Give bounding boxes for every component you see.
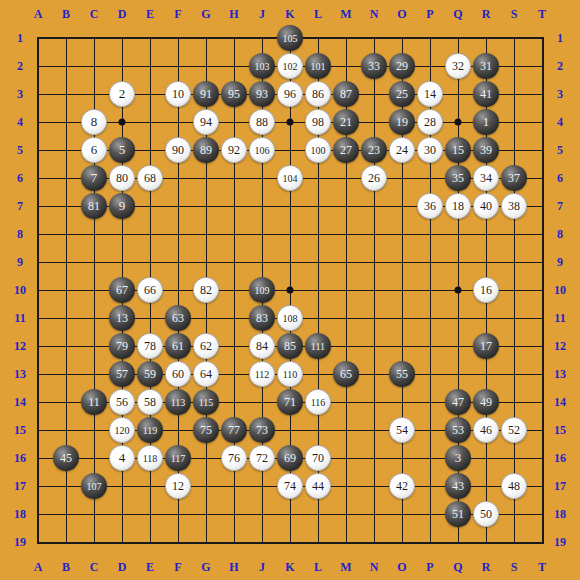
stone-G12[interactable]: 62 [193,333,219,359]
row-label-left-12: 12 [5,339,35,353]
column-label-top-C: C [79,7,109,21]
row-label-left-9: 9 [5,255,35,269]
stone-C6[interactable]: 7 [81,165,107,191]
row-label-right-1: 1 [545,31,575,45]
stone-K6[interactable]: 104 [277,165,303,191]
stone-E12[interactable]: 78 [137,333,163,359]
row-label-right-19: 19 [545,535,575,549]
row-label-left-16: 16 [5,451,35,465]
stone-L14[interactable]: 116 [305,389,331,415]
stone-H5[interactable]: 92 [221,137,247,163]
stone-L2[interactable]: 101 [305,53,331,79]
stone-Q5[interactable]: 15 [445,137,471,163]
row-label-right-5: 5 [545,143,575,157]
column-label-bottom-M: M [331,560,361,574]
stone-Q15[interactable]: 53 [445,417,471,443]
stone-J11[interactable]: 83 [249,305,275,331]
stone-G3[interactable]: 91 [193,81,219,107]
stone-L17[interactable]: 44 [305,473,331,499]
column-label-top-S: S [499,7,529,21]
column-label-bottom-O: O [387,560,417,574]
stone-J10[interactable]: 109 [249,277,275,303]
stone-J4[interactable]: 88 [249,109,275,135]
column-label-top-M: M [331,7,361,21]
row-label-left-8: 8 [5,227,35,241]
stone-R7[interactable]: 40 [473,193,499,219]
stone-R4[interactable]: 1 [473,109,499,135]
stone-O5[interactable]: 24 [389,137,415,163]
column-label-bottom-S: S [499,560,529,574]
stone-R2[interactable]: 31 [473,53,499,79]
star-point-K10 [287,287,294,294]
row-label-left-7: 7 [5,199,35,213]
stone-K11[interactable]: 108 [277,305,303,331]
row-label-right-11: 11 [545,311,575,325]
stone-O17[interactable]: 42 [389,473,415,499]
row-label-right-3: 3 [545,87,575,101]
stone-F11[interactable]: 63 [165,305,191,331]
row-label-right-12: 12 [545,339,575,353]
column-label-top-B: B [51,7,81,21]
stone-E13[interactable]: 59 [137,361,163,387]
stone-D12[interactable]: 79 [109,333,135,359]
column-label-bottom-J: J [247,560,277,574]
stone-O4[interactable]: 19 [389,109,415,135]
stone-R14[interactable]: 49 [473,389,499,415]
row-label-right-8: 8 [545,227,575,241]
row-label-left-11: 11 [5,311,35,325]
column-label-top-K: K [275,7,305,21]
stone-E10[interactable]: 66 [137,277,163,303]
stone-S17[interactable]: 48 [501,473,527,499]
stone-K17[interactable]: 74 [277,473,303,499]
column-label-bottom-E: E [135,560,165,574]
stone-M4[interactable]: 21 [333,109,359,135]
stone-O15[interactable]: 54 [389,417,415,443]
star-point-D4 [119,119,126,126]
row-label-right-17: 17 [545,479,575,493]
stone-D16[interactable]: 4 [109,445,135,471]
stone-N6[interactable]: 26 [361,165,387,191]
stone-S15[interactable]: 52 [501,417,527,443]
stone-Q14[interactable]: 47 [445,389,471,415]
stone-J13[interactable]: 112 [249,361,275,387]
stone-J2[interactable]: 103 [249,53,275,79]
row-label-right-9: 9 [545,255,575,269]
column-label-top-H: H [219,7,249,21]
stone-G5[interactable]: 89 [193,137,219,163]
stone-E15[interactable]: 119 [137,417,163,443]
stone-O13[interactable]: 55 [389,361,415,387]
row-label-left-13: 13 [5,367,35,381]
stone-P3[interactable]: 14 [417,81,443,107]
stone-M13[interactable]: 65 [333,361,359,387]
column-label-bottom-N: N [359,560,389,574]
stone-R18[interactable]: 50 [473,501,499,527]
stone-K2[interactable]: 102 [277,53,303,79]
column-label-top-R: R [471,7,501,21]
stone-Q2[interactable]: 32 [445,53,471,79]
column-label-bottom-D: D [107,560,137,574]
stone-K16[interactable]: 69 [277,445,303,471]
stone-F5[interactable]: 90 [165,137,191,163]
row-label-left-3: 3 [5,87,35,101]
column-label-top-P: P [415,7,445,21]
stone-J5[interactable]: 106 [249,137,275,163]
row-label-left-14: 14 [5,395,35,409]
stone-J15[interactable]: 73 [249,417,275,443]
column-label-top-O: O [387,7,417,21]
column-label-bottom-P: P [415,560,445,574]
stone-Q7[interactable]: 18 [445,193,471,219]
stone-G4[interactable]: 94 [193,109,219,135]
stone-F3[interactable]: 10 [165,81,191,107]
stone-P7[interactable]: 36 [417,193,443,219]
stone-R15[interactable]: 46 [473,417,499,443]
stone-F14[interactable]: 113 [165,389,191,415]
stone-Q17[interactable]: 43 [445,473,471,499]
column-label-top-E: E [135,7,165,21]
stone-D5[interactable]: 5 [109,137,135,163]
column-label-bottom-H: H [219,560,249,574]
star-point-Q10 [455,287,462,294]
stone-K13[interactable]: 110 [277,361,303,387]
column-label-bottom-G: G [191,560,221,574]
row-label-left-5: 5 [5,143,35,157]
row-label-left-17: 17 [5,479,35,493]
stone-L5[interactable]: 100 [305,137,331,163]
row-label-left-18: 18 [5,507,35,521]
stone-N2[interactable]: 33 [361,53,387,79]
row-label-right-6: 6 [545,171,575,185]
stone-D11[interactable]: 13 [109,305,135,331]
stone-R6[interactable]: 34 [473,165,499,191]
column-label-bottom-C: C [79,560,109,574]
stone-P4[interactable]: 28 [417,109,443,135]
grid-line-vertical [374,38,375,543]
go-board[interactable]: AABBCCDDEEFFGGHHJJKKLLMMNNOOPPQQRRSSTT11… [0,0,580,580]
stone-P5[interactable]: 30 [417,137,443,163]
stone-O3[interactable]: 25 [389,81,415,107]
stone-H15[interactable]: 77 [221,417,247,443]
row-label-right-2: 2 [545,59,575,73]
column-label-top-D: D [107,7,137,21]
stone-B16[interactable]: 45 [53,445,79,471]
stone-G14[interactable]: 115 [193,389,219,415]
row-label-left-10: 10 [5,283,35,297]
column-label-top-T: T [527,7,557,21]
stone-S6[interactable]: 37 [501,165,527,191]
column-label-bottom-F: F [163,560,193,574]
row-label-left-6: 6 [5,171,35,185]
stone-M3[interactable]: 87 [333,81,359,107]
stone-F17[interactable]: 12 [165,473,191,499]
column-label-top-N: N [359,7,389,21]
column-label-bottom-R: R [471,560,501,574]
column-label-bottom-L: L [303,560,333,574]
stone-K3[interactable]: 96 [277,81,303,107]
column-label-top-G: G [191,7,221,21]
stone-K12[interactable]: 85 [277,333,303,359]
stone-E6[interactable]: 68 [137,165,163,191]
column-label-bottom-K: K [275,560,305,574]
stone-H16[interactable]: 76 [221,445,247,471]
stone-R3[interactable]: 41 [473,81,499,107]
column-label-bottom-Q: Q [443,560,473,574]
stone-L3[interactable]: 86 [305,81,331,107]
row-label-right-16: 16 [545,451,575,465]
stone-D15[interactable]: 120 [109,417,135,443]
stone-N5[interactable]: 23 [361,137,387,163]
stone-O2[interactable]: 29 [389,53,415,79]
stone-D6[interactable]: 80 [109,165,135,191]
stone-R12[interactable]: 17 [473,333,499,359]
stone-J12[interactable]: 84 [249,333,275,359]
column-label-bottom-T: T [527,560,557,574]
stone-Q6[interactable]: 35 [445,165,471,191]
row-label-right-15: 15 [545,423,575,437]
grid-line-vertical [514,38,515,543]
stone-Q18[interactable]: 51 [445,501,471,527]
row-label-left-15: 15 [5,423,35,437]
stone-G13[interactable]: 64 [193,361,219,387]
stone-L12[interactable]: 111 [305,333,331,359]
stone-R10[interactable]: 16 [473,277,499,303]
row-label-left-19: 19 [5,535,35,549]
stone-M5[interactable]: 27 [333,137,359,163]
stone-C7[interactable]: 81 [81,193,107,219]
stone-Q16[interactable]: 3 [445,445,471,471]
column-label-top-L: L [303,7,333,21]
stone-C14[interactable]: 11 [81,389,107,415]
stone-J16[interactable]: 72 [249,445,275,471]
stone-C4[interactable]: 8 [81,109,107,135]
stone-D7[interactable]: 9 [109,193,135,219]
stone-S7[interactable]: 38 [501,193,527,219]
row-label-right-13: 13 [545,367,575,381]
stone-L4[interactable]: 98 [305,109,331,135]
row-label-right-18: 18 [545,507,575,521]
stone-D3[interactable]: 2 [109,81,135,107]
star-point-Q4 [455,119,462,126]
stone-F16[interactable]: 117 [165,445,191,471]
stone-G10[interactable]: 82 [193,277,219,303]
column-label-top-Q: Q [443,7,473,21]
stone-E16[interactable]: 118 [137,445,163,471]
stone-R5[interactable]: 39 [473,137,499,163]
stone-K14[interactable]: 71 [277,389,303,415]
row-label-right-7: 7 [545,199,575,213]
stone-L16[interactable]: 70 [305,445,331,471]
stone-J3[interactable]: 93 [249,81,275,107]
column-label-bottom-A: A [23,560,53,574]
stone-C17[interactable]: 107 [81,473,107,499]
stone-D10[interactable]: 67 [109,277,135,303]
stone-C5[interactable]: 6 [81,137,107,163]
stone-D14[interactable]: 56 [109,389,135,415]
row-label-left-4: 4 [5,115,35,129]
row-label-left-2: 2 [5,59,35,73]
stone-G15[interactable]: 75 [193,417,219,443]
row-label-right-14: 14 [545,395,575,409]
row-label-right-10: 10 [545,283,575,297]
stone-D13[interactable]: 57 [109,361,135,387]
row-label-left-1: 1 [5,31,35,45]
stone-F12[interactable]: 61 [165,333,191,359]
column-label-top-F: F [163,7,193,21]
stone-H3[interactable]: 95 [221,81,247,107]
stone-F13[interactable]: 60 [165,361,191,387]
column-label-top-A: A [23,7,53,21]
star-point-K4 [287,119,294,126]
column-label-bottom-B: B [51,560,81,574]
stone-K1[interactable]: 105 [277,25,303,51]
column-label-top-J: J [247,7,277,21]
row-label-right-4: 4 [545,115,575,129]
stone-E14[interactable]: 58 [137,389,163,415]
